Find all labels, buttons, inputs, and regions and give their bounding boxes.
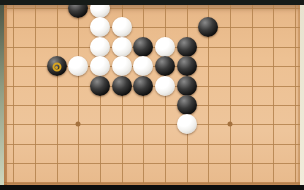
white-stone: [90, 17, 110, 37]
grid-line-vertical: [57, 5, 58, 183]
go-board[interactable]: [4, 5, 300, 185]
grid-line-vertical: [252, 5, 253, 183]
last-move-marker: [52, 63, 61, 72]
video-frame: [0, 0, 304, 190]
white-stone: [177, 114, 197, 134]
grid-line-vertical: [295, 5, 296, 183]
grid-line-vertical: [230, 5, 231, 183]
grid-line-horizontal: [4, 183, 300, 184]
white-stone: [90, 56, 110, 76]
black-stone: [133, 37, 153, 57]
grid-line-horizontal: [4, 105, 300, 106]
white-stone: [112, 17, 132, 37]
grid-line-vertical: [273, 5, 274, 183]
letterbox-bottom-bar: [0, 185, 304, 190]
white-stone: [155, 76, 175, 96]
white-stone: [133, 56, 153, 76]
white-stone: [90, 37, 110, 57]
grid-line-horizontal: [4, 8, 300, 9]
grid-line-horizontal: [4, 27, 300, 28]
grid-line-horizontal: [4, 144, 300, 145]
white-stone: [112, 37, 132, 57]
black-stone: [177, 76, 197, 96]
black-stone: [155, 56, 175, 76]
grid-line-vertical: [13, 5, 14, 183]
letterbox-top-bar: [0, 0, 304, 5]
black-stone: [177, 37, 197, 57]
grid-line-horizontal: [4, 124, 300, 125]
black-stone: [90, 76, 110, 96]
background-left-edge: [0, 5, 4, 185]
black-stone: [133, 76, 153, 96]
grid-line-vertical: [35, 5, 36, 183]
background-right-edge: [300, 5, 304, 185]
black-stone: [198, 17, 218, 37]
white-stone: [155, 37, 175, 57]
black-stone: [112, 76, 132, 96]
white-stone: [112, 56, 132, 76]
star-point: [228, 122, 233, 127]
white-stone: [68, 56, 88, 76]
grid-line-horizontal: [4, 163, 300, 164]
grid-line-vertical: [78, 5, 79, 183]
black-stone: [177, 95, 197, 115]
black-stone: [177, 56, 197, 76]
star-point: [76, 122, 81, 127]
